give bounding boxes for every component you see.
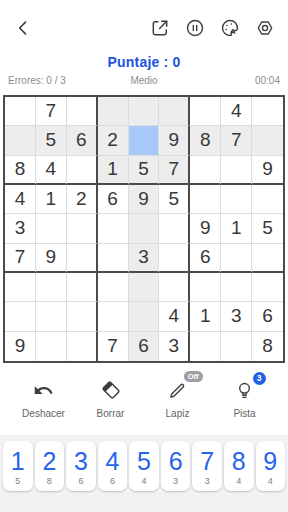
cell-r5c6[interactable] <box>159 214 190 243</box>
numpad: 152836465463738494 <box>3 441 285 491</box>
cell-r3c9[interactable]: 9 <box>252 156 283 185</box>
cell-r5c1[interactable]: 3 <box>5 214 36 243</box>
undo-button[interactable]: Deshacer <box>18 378 70 419</box>
cell-r6c4[interactable] <box>98 244 129 273</box>
cell-r7c2[interactable] <box>36 273 67 302</box>
bulb-icon <box>234 380 255 401</box>
undo-icon <box>33 380 54 401</box>
numpad-digit: 9 <box>263 449 277 474</box>
cell-r1c7[interactable] <box>190 97 221 126</box>
numpad-digit: 8 <box>232 449 246 474</box>
hint-label: Pista <box>233 408 255 419</box>
cell-r7c7[interactable] <box>190 273 221 302</box>
theme-button[interactable]: A <box>220 18 240 38</box>
cell-r7c1[interactable] <box>5 273 36 302</box>
cell-r4c2[interactable]: 1 <box>36 185 67 214</box>
numpad-key-7[interactable]: 73 <box>192 441 222 491</box>
top-bar: A <box>0 6 288 50</box>
cell-r2c1[interactable] <box>5 126 36 155</box>
numpad-remaining-count: 6 <box>110 477 115 486</box>
cell-r8c4[interactable] <box>98 302 129 331</box>
cell-r1c3[interactable] <box>67 97 98 126</box>
cell-r4c5[interactable]: 9 <box>129 185 160 214</box>
cell-r4c7[interactable] <box>190 185 221 214</box>
numpad-digit: 3 <box>74 449 88 474</box>
theme-icon: A <box>220 18 240 38</box>
pencil-button[interactable]: Off Lapiz <box>152 378 204 419</box>
cell-r2c3[interactable]: 6 <box>67 126 98 155</box>
cell-r8c7[interactable]: 1 <box>190 302 221 331</box>
cell-r1c9[interactable] <box>252 97 283 126</box>
cell-r5c2[interactable] <box>36 214 67 243</box>
cell-r8c9[interactable]: 6 <box>252 302 283 331</box>
svg-text:A: A <box>230 27 236 36</box>
numpad-remaining-count: 3 <box>205 477 210 486</box>
cell-r7c3[interactable] <box>67 273 98 302</box>
cell-r1c4[interactable] <box>98 97 129 126</box>
cell-r4c4[interactable]: 6 <box>98 185 129 214</box>
share-button[interactable] <box>150 18 170 38</box>
cell-r1c5[interactable] <box>129 97 160 126</box>
cell-r2c2[interactable]: 5 <box>36 126 67 155</box>
cell-r3c3[interactable] <box>67 156 98 185</box>
cell-r9c6[interactable]: 3 <box>159 332 190 361</box>
numpad-key-5[interactable]: 54 <box>129 441 159 491</box>
cell-r5c4[interactable] <box>98 214 129 243</box>
numpad-section: 152836465463738494 <box>0 435 288 512</box>
cell-r1c2[interactable]: 7 <box>36 97 67 126</box>
undo-label: Deshacer <box>22 408 65 419</box>
numpad-remaining-count: 8 <box>47 477 52 486</box>
cell-r2c5[interactable] <box>129 126 160 155</box>
hint-count-badge: 3 <box>253 372 266 385</box>
numpad-remaining-count: 4 <box>236 477 241 486</box>
pencil-icon <box>167 380 188 401</box>
status-bar: Medio Errores: 0 / 3 00:04 <box>0 74 288 87</box>
numpad-key-9[interactable]: 94 <box>256 441 286 491</box>
cell-r7c8[interactable] <box>221 273 252 302</box>
cell-r2c7[interactable]: 8 <box>190 126 221 155</box>
cell-r9c3[interactable] <box>67 332 98 361</box>
cell-r6c1[interactable]: 7 <box>5 244 36 273</box>
pencil-off-badge: Off <box>184 371 203 382</box>
cell-r5c9[interactable]: 5 <box>252 214 283 243</box>
cell-r8c6[interactable]: 4 <box>159 302 190 331</box>
chevron-left-icon <box>13 18 33 38</box>
cell-r2c4[interactable]: 2 <box>98 126 129 155</box>
share-icon <box>150 18 170 38</box>
numpad-digit: 7 <box>200 449 214 474</box>
numpad-remaining-count: 5 <box>15 477 20 486</box>
numpad-key-3[interactable]: 36 <box>66 441 96 491</box>
cell-r6c9[interactable] <box>252 244 283 273</box>
numpad-digit: 5 <box>137 449 151 474</box>
cell-r1c6[interactable] <box>159 97 190 126</box>
back-button[interactable] <box>13 18 33 38</box>
cell-r6c8[interactable] <box>221 244 252 273</box>
hint-button[interactable]: 3 Pista <box>219 378 271 419</box>
cell-r6c3[interactable] <box>67 244 98 273</box>
cell-r6c6[interactable] <box>159 244 190 273</box>
settings-button[interactable] <box>255 18 275 38</box>
cell-r4c8[interactable] <box>221 185 252 214</box>
cell-r8c8[interactable]: 3 <box>221 302 252 331</box>
pause-icon <box>185 18 205 38</box>
cell-r5c5[interactable] <box>129 214 160 243</box>
sudoku-board: 7456298784157941269539157936413697638 <box>3 95 285 363</box>
numpad-remaining-count: 3 <box>173 477 178 486</box>
cell-r6c7[interactable]: 6 <box>190 244 221 273</box>
cell-r1c8[interactable]: 4 <box>221 97 252 126</box>
cell-r3c6[interactable]: 7 <box>159 156 190 185</box>
cell-r5c3[interactable] <box>67 214 98 243</box>
errors-label: Errores: 0 / 3 <box>8 75 66 86</box>
cell-r1c1[interactable] <box>5 97 36 126</box>
cell-r7c5[interactable] <box>129 273 160 302</box>
timer-label: 00:04 <box>255 75 280 86</box>
cell-r5c8[interactable]: 1 <box>221 214 252 243</box>
cell-r6c5[interactable]: 3 <box>129 244 160 273</box>
cell-r3c5[interactable]: 5 <box>129 156 160 185</box>
cell-r3c2[interactable]: 4 <box>36 156 67 185</box>
cell-r4c3[interactable]: 2 <box>67 185 98 214</box>
cell-r7c6[interactable] <box>159 273 190 302</box>
cell-r8c1[interactable] <box>5 302 36 331</box>
eraser-icon <box>100 379 122 401</box>
cell-r3c8[interactable] <box>221 156 252 185</box>
pencil-label: Lapiz <box>166 408 190 419</box>
numpad-remaining-count: 4 <box>142 477 147 486</box>
cell-r9c9[interactable]: 8 <box>252 332 283 361</box>
cell-r3c7[interactable] <box>190 156 221 185</box>
numpad-digit: 2 <box>42 449 56 474</box>
cell-r3c1[interactable]: 8 <box>5 156 36 185</box>
erase-button[interactable]: Borrar <box>85 378 137 419</box>
cell-r9c5[interactable]: 6 <box>129 332 160 361</box>
cell-r9c4[interactable]: 7 <box>98 332 129 361</box>
cell-r6c2[interactable]: 9 <box>36 244 67 273</box>
numpad-digit: 6 <box>169 449 183 474</box>
numpad-key-8[interactable]: 84 <box>224 441 254 491</box>
numpad-key-6[interactable]: 63 <box>161 441 191 491</box>
cell-r9c7[interactable] <box>190 332 221 361</box>
cell-r9c2[interactable] <box>36 332 67 361</box>
numpad-key-1[interactable]: 15 <box>3 441 33 491</box>
cell-r2c6[interactable]: 9 <box>159 126 190 155</box>
cell-r8c5[interactable] <box>129 302 160 331</box>
numpad-remaining-count: 6 <box>78 477 83 486</box>
cell-r9c1[interactable]: 9 <box>5 332 36 361</box>
cell-r7c9[interactable] <box>252 273 283 302</box>
cell-r7c4[interactable] <box>98 273 129 302</box>
cell-r2c8[interactable]: 7 <box>221 126 252 155</box>
settings-icon <box>255 18 275 38</box>
numpad-key-2[interactable]: 28 <box>35 441 65 491</box>
numpad-key-4[interactable]: 46 <box>98 441 128 491</box>
cell-r8c2[interactable] <box>36 302 67 331</box>
toolbar: Deshacer Borrar Off Lapiz 3 Pista <box>0 378 288 419</box>
cell-r4c6[interactable]: 5 <box>159 185 190 214</box>
cell-r8c3[interactable] <box>67 302 98 331</box>
cell-r4c9[interactable] <box>252 185 283 214</box>
cell-r5c7[interactable]: 9 <box>190 214 221 243</box>
numpad-digit: 4 <box>106 449 120 474</box>
cell-r4c1[interactable]: 4 <box>5 185 36 214</box>
cell-r3c4[interactable]: 1 <box>98 156 129 185</box>
numpad-remaining-count: 4 <box>268 477 273 486</box>
pause-button[interactable] <box>185 18 205 38</box>
erase-label: Borrar <box>97 408 125 419</box>
score-label: Puntaje : 0 <box>0 54 288 70</box>
cell-r9c8[interactable] <box>221 332 252 361</box>
numpad-digit: 1 <box>11 449 25 474</box>
cell-r2c9[interactable] <box>252 126 283 155</box>
